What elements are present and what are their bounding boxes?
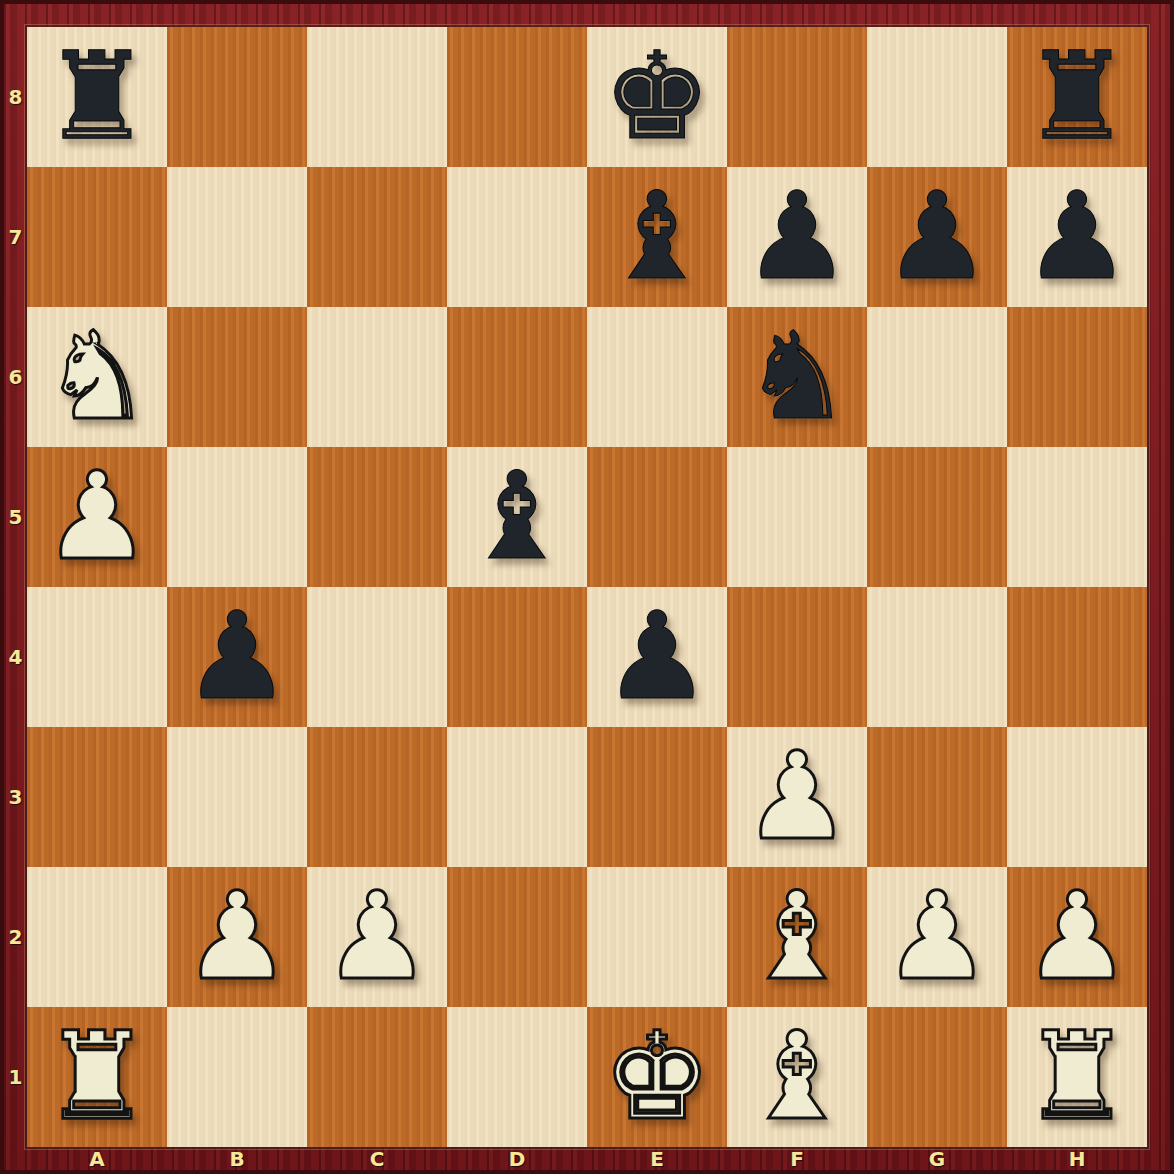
square-e6[interactable] xyxy=(587,307,727,447)
square-b4[interactable]: ♟ xyxy=(167,587,307,727)
square-d4[interactable] xyxy=(447,587,587,727)
square-d7[interactable] xyxy=(447,167,587,307)
square-h3[interactable] xyxy=(1007,727,1147,867)
square-b8[interactable] xyxy=(167,27,307,167)
square-h8[interactable]: ♜ xyxy=(1007,27,1147,167)
square-d5[interactable]: ♝ xyxy=(447,447,587,587)
square-g4[interactable] xyxy=(867,587,1007,727)
square-h4[interactable] xyxy=(1007,587,1147,727)
rank-label-8: 8 xyxy=(4,27,27,167)
square-e8[interactable]: ♚ xyxy=(587,27,727,167)
square-a8[interactable]: ♜ xyxy=(27,27,167,167)
square-b6[interactable] xyxy=(167,307,307,447)
square-f4[interactable] xyxy=(727,587,867,727)
square-f3[interactable]: ♟ xyxy=(727,727,867,867)
square-c5[interactable] xyxy=(307,447,447,587)
square-g2[interactable]: ♟ xyxy=(867,867,1007,1007)
piece-black-pawn-h7[interactable]: ♟ xyxy=(1007,167,1147,307)
square-e4[interactable]: ♟ xyxy=(587,587,727,727)
piece-black-king-e8[interactable]: ♚ xyxy=(587,27,727,167)
file-label-e: E xyxy=(587,1147,727,1171)
square-c3[interactable] xyxy=(307,727,447,867)
piece-black-knight-f6[interactable]: ♞ xyxy=(727,307,867,447)
piece-black-pawn-b4[interactable]: ♟ xyxy=(167,587,307,727)
rank-label-2: 2 xyxy=(4,867,27,1007)
square-h6[interactable] xyxy=(1007,307,1147,447)
square-g5[interactable] xyxy=(867,447,1007,587)
square-a6[interactable]: ♞ xyxy=(27,307,167,447)
square-e1[interactable]: ♚ xyxy=(587,1007,727,1147)
square-f6[interactable]: ♞ xyxy=(727,307,867,447)
rank-label-7: 7 xyxy=(4,167,27,307)
rank-label-4: 4 xyxy=(4,587,27,727)
square-b1[interactable] xyxy=(167,1007,307,1147)
square-b7[interactable] xyxy=(167,167,307,307)
piece-white-pawn-g2[interactable]: ♟ xyxy=(867,867,1007,1007)
square-c8[interactable] xyxy=(307,27,447,167)
square-a3[interactable] xyxy=(27,727,167,867)
square-a2[interactable] xyxy=(27,867,167,1007)
square-b5[interactable] xyxy=(167,447,307,587)
piece-black-bishop-e7[interactable]: ♝ xyxy=(587,167,727,307)
piece-white-pawn-c2[interactable]: ♟ xyxy=(307,867,447,1007)
square-h7[interactable]: ♟ xyxy=(1007,167,1147,307)
chess-board: ♜♚♜♝♟♟♟♞♞♟♝♟♟♟♟♟♝♟♟♜♚♝♜ xyxy=(27,27,1147,1147)
square-d2[interactable] xyxy=(447,867,587,1007)
square-b3[interactable] xyxy=(167,727,307,867)
piece-white-bishop-f2[interactable]: ♝ xyxy=(727,867,867,1007)
piece-black-bishop-d5[interactable]: ♝ xyxy=(447,447,587,587)
piece-white-pawn-h2[interactable]: ♟ xyxy=(1007,867,1147,1007)
square-f7[interactable]: ♟ xyxy=(727,167,867,307)
square-h5[interactable] xyxy=(1007,447,1147,587)
square-e7[interactable]: ♝ xyxy=(587,167,727,307)
square-e5[interactable] xyxy=(587,447,727,587)
file-label-c: C xyxy=(307,1147,447,1171)
piece-white-pawn-f3[interactable]: ♟ xyxy=(727,727,867,867)
piece-white-pawn-a5[interactable]: ♟ xyxy=(27,447,167,587)
square-d8[interactable] xyxy=(447,27,587,167)
file-label-g: G xyxy=(867,1147,1007,1171)
rank-label-6: 6 xyxy=(4,307,27,447)
square-e3[interactable] xyxy=(587,727,727,867)
square-c4[interactable] xyxy=(307,587,447,727)
square-c1[interactable] xyxy=(307,1007,447,1147)
piece-black-rook-h8[interactable]: ♜ xyxy=(1007,27,1147,167)
square-g7[interactable]: ♟ xyxy=(867,167,1007,307)
piece-black-pawn-e4[interactable]: ♟ xyxy=(587,587,727,727)
square-h1[interactable]: ♜ xyxy=(1007,1007,1147,1147)
square-g3[interactable] xyxy=(867,727,1007,867)
rank-label-1: 1 xyxy=(4,1007,27,1147)
rank-labels: 87654321 xyxy=(4,27,27,1147)
piece-white-pawn-b2[interactable]: ♟ xyxy=(167,867,307,1007)
piece-white-rook-h1[interactable]: ♜ xyxy=(1007,1007,1147,1147)
piece-white-bishop-f1[interactable]: ♝ xyxy=(727,1007,867,1147)
square-h2[interactable]: ♟ xyxy=(1007,867,1147,1007)
rank-label-3: 3 xyxy=(4,727,27,867)
piece-white-knight-a6[interactable]: ♞ xyxy=(27,307,167,447)
square-g6[interactable] xyxy=(867,307,1007,447)
square-g8[interactable] xyxy=(867,27,1007,167)
square-f1[interactable]: ♝ xyxy=(727,1007,867,1147)
file-label-d: D xyxy=(447,1147,587,1171)
square-d6[interactable] xyxy=(447,307,587,447)
piece-white-king-e1[interactable]: ♚ xyxy=(587,1007,727,1147)
square-c7[interactable] xyxy=(307,167,447,307)
square-f8[interactable] xyxy=(727,27,867,167)
square-d1[interactable] xyxy=(447,1007,587,1147)
square-c6[interactable] xyxy=(307,307,447,447)
square-d3[interactable] xyxy=(447,727,587,867)
file-label-h: H xyxy=(1007,1147,1147,1171)
square-e2[interactable] xyxy=(587,867,727,1007)
square-f2[interactable]: ♝ xyxy=(727,867,867,1007)
square-a7[interactable] xyxy=(27,167,167,307)
piece-black-pawn-f7[interactable]: ♟ xyxy=(727,167,867,307)
piece-black-rook-a8[interactable]: ♜ xyxy=(27,27,167,167)
square-g1[interactable] xyxy=(867,1007,1007,1147)
rank-label-5: 5 xyxy=(4,447,27,587)
square-a1[interactable]: ♜ xyxy=(27,1007,167,1147)
file-label-f: F xyxy=(727,1147,867,1171)
piece-black-pawn-g7[interactable]: ♟ xyxy=(867,167,1007,307)
board-frame: 87654321 ♜♚♜♝♟♟♟♞♞♟♝♟♟♟♟♟♝♟♟♜♚♝♜ ABCDEFG… xyxy=(0,0,1174,1174)
square-a4[interactable] xyxy=(27,587,167,727)
square-c2[interactable]: ♟ xyxy=(307,867,447,1007)
file-label-b: B xyxy=(167,1147,307,1171)
square-f5[interactable] xyxy=(727,447,867,587)
piece-white-rook-a1[interactable]: ♜ xyxy=(27,1007,167,1147)
square-b2[interactable]: ♟ xyxy=(167,867,307,1007)
square-a5[interactable]: ♟ xyxy=(27,447,167,587)
file-labels: ABCDEFGH xyxy=(27,1147,1147,1171)
file-label-a: A xyxy=(27,1147,167,1171)
